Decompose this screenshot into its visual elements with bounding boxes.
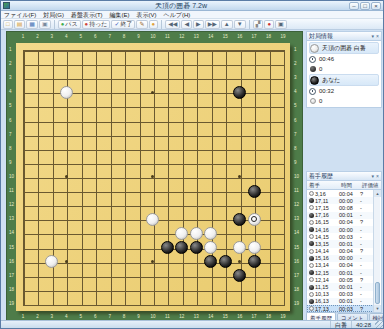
move-time: 00:01: [339, 212, 360, 218]
move-row[interactable]: 13,1500:01-: [307, 240, 374, 247]
move-time: 00:08: [339, 205, 360, 211]
white-player-name: 天頂の囲碁 白番: [322, 44, 366, 53]
minimize-button[interactable]: –: [349, 2, 359, 10]
game-info-panel-title: 対局情報: [309, 32, 370, 41]
board-coordinate-label: 14: [9, 230, 14, 236]
black-stone-icon: [309, 256, 314, 261]
move-coordinate: 17,15: [315, 205, 339, 211]
black-time: 00:32: [319, 88, 334, 94]
resize-grip[interactable]: [375, 321, 383, 329]
white-stone-icon: [310, 44, 319, 53]
captured-white-stone-icon: [310, 98, 316, 104]
move-eval: -: [360, 284, 374, 290]
toolbar-button[interactable]: ✓終了: [111, 20, 135, 29]
toolbar-button[interactable]: ▶: [193, 20, 204, 29]
white-stone-icon: [309, 234, 314, 239]
board-coordinate-label: 12: [294, 202, 299, 208]
toolbar-button-icon: ●: [267, 20, 271, 29]
status-time: 40:28: [351, 321, 375, 329]
black-time-row: 00:32: [309, 86, 379, 96]
board-coordinate-label: 6: [294, 118, 297, 124]
toolbar-button-icon: ▶▶: [208, 20, 217, 29]
board-coordinate-label: 14: [208, 34, 213, 40]
menu-item[interactable]: ファイル(F): [4, 11, 36, 19]
toolbar-button[interactable]: ▶▶: [205, 20, 220, 29]
move-row[interactable]: 15,1600:00-: [307, 255, 374, 262]
board-coordinate-label: 15: [294, 245, 299, 251]
scrollbar[interactable]: ▲ ▼: [373, 190, 380, 312]
move-coordinate: 13,15: [315, 241, 339, 247]
board-coordinate-label: 3: [51, 34, 54, 40]
move-eval: -: [360, 291, 374, 297]
board-coordinate-label: 16: [9, 259, 14, 265]
clock-icon: [309, 56, 316, 63]
black-player-row: あなた: [309, 74, 379, 86]
board-coordinate-label: 13: [194, 34, 199, 40]
white-captures-row: 0: [309, 64, 379, 74]
move-time: 00:04: [339, 262, 360, 268]
board-coordinate-label: 3: [9, 75, 12, 81]
star-point: [65, 260, 68, 263]
toolbar-button-icon: ✎: [139, 20, 144, 29]
white-stone-icon: [309, 292, 314, 297]
move-eval: ?: [360, 277, 374, 283]
board-coordinate-label: 11: [165, 34, 170, 40]
menu-item[interactable]: 表示(V): [137, 11, 157, 19]
board-coordinate-label: 2: [36, 34, 39, 40]
move-coordinate: 11,15: [315, 284, 339, 290]
board-coordinate-label: 2: [9, 61, 12, 67]
board-coordinate-label: 1: [294, 47, 297, 53]
scrollbar-thumb[interactable]: [375, 282, 380, 304]
move-eval: -: [360, 227, 374, 233]
board-coordinate-label: 1: [22, 34, 25, 40]
toolbar-button[interactable]: ✎: [136, 20, 147, 29]
board-coordinate-label: 7: [9, 132, 12, 138]
move-row[interactable]: 17,1600:01-: [307, 212, 374, 219]
captured-black-stone-icon: [310, 66, 316, 72]
toolbar-button-icon: □: [6, 20, 10, 29]
white-stone-icon: [309, 249, 314, 254]
move-history-header: 着手 時間 評価値: [306, 181, 382, 190]
move-eval: ?: [360, 248, 374, 254]
black-stone-icon: [309, 198, 314, 203]
move-row[interactable]: 11,1500:01-: [307, 283, 374, 290]
last-move-marker: [251, 216, 257, 222]
move-eval: -: [360, 298, 374, 304]
toolbar-button[interactable]: ▼: [234, 20, 246, 29]
move-coordinate: 12,14: [315, 277, 339, 283]
toolbar-button[interactable]: ●待った: [82, 20, 111, 29]
move-time: 00:01: [339, 284, 360, 290]
white-stone-icon: [309, 306, 314, 311]
panel-close-icon[interactable]: ×: [376, 172, 379, 181]
white-stone-icon: [309, 263, 314, 268]
board-coordinate-label: 5: [80, 34, 83, 40]
move-eval: -: [360, 234, 374, 240]
move-row[interactable]: 10,1300:03-: [307, 291, 374, 298]
black-stone: [248, 255, 261, 268]
board-coordinate-label: 9: [9, 160, 12, 166]
board-coordinate-label: 2: [294, 61, 297, 67]
white-stone-icon: [309, 191, 314, 196]
black-stone: [233, 86, 246, 99]
status-turn: 白番: [330, 321, 351, 329]
black-stone-icon: [309, 213, 314, 218]
column-time: 時間: [339, 182, 360, 189]
board-coordinate-label: 10: [150, 34, 155, 40]
sidebar: 対局情報 ▾ × 天頂の囲碁 白番 00:46 0: [305, 31, 383, 322]
move-time: 00:05: [339, 277, 360, 283]
move-eval: -: [360, 255, 374, 261]
black-stone-icon: [309, 285, 314, 290]
app-window: 天頂の囲碁 7.2w – □ × ファイル(F)対局(G)碁盤表示(T)編集(E…: [0, 0, 384, 329]
black-stone-icon: [309, 270, 314, 275]
clock-icon: [309, 88, 316, 95]
board-coordinate-label: 15: [9, 245, 14, 251]
board-coordinate-label: 18: [266, 34, 271, 40]
scroll-up-icon[interactable]: ▲: [374, 190, 381, 197]
black-stone-icon: [310, 76, 319, 85]
board-coordinate-label: 3: [294, 75, 297, 81]
board-coordinate-label: 4: [294, 89, 297, 95]
move-eval: ?: [360, 306, 374, 312]
board-coordinate-label: 5: [9, 103, 12, 109]
column-eval: 評価値: [360, 182, 381, 189]
board-coordinate-label: 16: [237, 34, 242, 40]
move-time: 00:00: [339, 255, 360, 261]
move-row[interactable]: 16,1300:01-: [307, 298, 374, 305]
move-coordinate: 17,11: [315, 198, 339, 204]
white-stone-icon: [309, 277, 314, 282]
toolbar-button-icon: ◀: [184, 20, 189, 29]
board-coordinate-label: 4: [9, 89, 12, 95]
move-row[interactable]: 14,1600:00-: [307, 226, 374, 233]
black-stone: [190, 241, 203, 254]
board-coordinate-label: 8: [123, 34, 126, 40]
board-coordinate-label: 18: [9, 287, 14, 293]
move-coordinate: 12,15: [315, 270, 339, 276]
move-row[interactable]: 3,1600:04?: [307, 190, 374, 197]
move-time: 00:00: [339, 227, 360, 233]
move-coordinate: 16,13: [315, 298, 339, 304]
move-coordinate: 3,16: [315, 191, 339, 197]
board-coordinate-label: 18: [294, 287, 299, 293]
move-time: 00:01: [339, 298, 360, 304]
move-time: 00:01: [339, 241, 360, 247]
board-coordinate-label: 9: [137, 34, 140, 40]
menu-bar: ファイル(F)対局(G)碁盤表示(T)編集(E)表示(V)ヘルプ(H): [1, 11, 383, 19]
black-stone: [219, 255, 232, 268]
move-time: 00:04: [339, 248, 360, 254]
toolbar-separator: [54, 20, 55, 29]
board-coordinate-label: 11: [294, 188, 299, 194]
move-coordinate: 16,15: [315, 219, 339, 225]
toolbar-button-label: 終了: [120, 20, 132, 29]
column-move: 着手: [307, 182, 339, 189]
toolbar-button[interactable]: ▞: [253, 20, 264, 29]
move-time: 00:03: [339, 291, 360, 297]
white-player-row: 天頂の囲碁 白番: [309, 42, 379, 54]
black-stone: [233, 213, 246, 226]
board-coordinate-label: 14: [294, 230, 299, 236]
toolbar-button-icon: ▞: [256, 20, 261, 29]
move-eval: ?: [360, 219, 374, 225]
move-row[interactable]: 16,1500:04?: [307, 219, 374, 226]
menu-item[interactable]: ヘルプ(H): [164, 11, 191, 19]
move-row[interactable]: 17,1100:00-: [307, 197, 374, 204]
board-coordinate-label: 7: [294, 132, 297, 138]
board-coordinate-label: 4: [65, 34, 68, 40]
board-coordinate-label: 6: [94, 34, 97, 40]
move-eval: -: [360, 212, 374, 218]
toolbar-separator: [249, 20, 250, 29]
move-row[interactable]: 17,1500:08-: [307, 204, 374, 211]
toolbar-button-icon: ▤: [17, 20, 23, 29]
board-coordinate-label: 16: [294, 259, 299, 265]
black-stone: [248, 185, 261, 198]
move-row[interactable]: 12,1500:01-: [307, 269, 374, 276]
move-time: 00:00: [339, 198, 360, 204]
board-coordinate-label: 17: [9, 273, 14, 279]
move-coordinate: 14,14: [315, 248, 339, 254]
board-coordinate-label: 6: [9, 118, 12, 124]
toolbar-button[interactable]: ●パス: [58, 20, 81, 29]
toolbar-button-icon: ▼: [237, 20, 243, 29]
menu-item[interactable]: 対局(G): [43, 11, 64, 19]
move-history-panel-title: 着手履歴: [309, 172, 370, 181]
move-history-list: 3,1600:04?17,1100:00-17,1500:08-17,1600:…: [306, 190, 382, 313]
board-coordinate-label: 17: [252, 34, 257, 40]
menu-item[interactable]: 編集(E): [110, 11, 130, 19]
move-time: 00:03: [339, 234, 360, 240]
white-stone: [190, 227, 203, 240]
toolbar-button-icon: ▣: [278, 20, 284, 29]
toolbar-button[interactable]: ▣: [275, 20, 287, 29]
toolbar-button[interactable]: ●: [264, 20, 274, 29]
toolbar-separator: [161, 20, 162, 29]
board-coordinate-label: 5: [294, 103, 297, 109]
scroll-down-icon[interactable]: ▼: [374, 305, 381, 312]
toolbar-button-icon: ◀◀: [168, 20, 177, 29]
board-coordinate-label: 1: [9, 47, 12, 53]
board-coordinate-label: 10: [294, 174, 299, 180]
status-bar: 白番 40:28: [1, 320, 383, 328]
white-stone-icon: [309, 205, 314, 210]
board-coordinate-label: 15: [223, 34, 228, 40]
board-coordinate-label: 12: [179, 34, 184, 40]
black-player-name: あなた: [322, 76, 340, 85]
move-eval: -: [360, 198, 374, 204]
board-coordinate-label: 8: [294, 146, 297, 152]
go-board-frame: 1122334455667788991010111112121313141415…: [6, 31, 303, 321]
toolbar-button-icon: ▣: [42, 20, 48, 29]
black-stone-icon: [309, 227, 314, 232]
move-time: 00:04: [339, 219, 360, 225]
white-stone-icon: [309, 220, 314, 225]
toolbar: □▤▦▣●パス●待った✓終了✎●◀◀◀▶▶▶▲▼▞●▣: [1, 19, 383, 30]
toolbar-button-icon: ▲: [224, 20, 230, 29]
white-time-row: 00:46: [309, 54, 379, 64]
black-stone: [161, 241, 174, 254]
white-stone: [248, 213, 261, 226]
toolbar-button-icon: ✓: [114, 20, 119, 29]
move-eval: -: [360, 270, 374, 276]
close-button[interactable]: ×: [371, 2, 381, 10]
board-coordinate-label: 8: [9, 146, 12, 152]
white-time: 00:46: [319, 56, 334, 62]
toolbar-button[interactable]: ▦: [26, 20, 38, 29]
move-time: 00:04: [339, 191, 360, 197]
board-coordinate-label: 11: [9, 188, 14, 194]
white-stone: [248, 241, 261, 254]
move-row[interactable]: 14,1500:03-: [307, 233, 374, 240]
go-board-surface[interactable]: [16, 43, 290, 311]
toolbar-button-icon: ▦: [29, 20, 35, 29]
board-coordinate-label: 13: [294, 216, 299, 222]
move-coordinate: 13,14: [315, 262, 339, 268]
board-coordinate-label: 10: [9, 174, 14, 180]
toolbar-button[interactable]: ▲: [221, 20, 233, 29]
toolbar-button[interactable]: ▤: [14, 20, 26, 29]
board-coordinate-label: 19: [280, 34, 285, 40]
panel-collapse-icon[interactable]: ▾: [372, 32, 375, 41]
board-coordinate-label: 19: [9, 301, 14, 307]
toolbar-button-icon: ●: [85, 20, 89, 29]
toolbar-button-label: 待った: [89, 20, 107, 29]
black-captures-row: 0: [309, 96, 379, 106]
move-eval: -: [360, 262, 374, 268]
move-row[interactable]: 13,1400:04-: [307, 262, 374, 269]
toolbar-button[interactable]: ◀◀: [165, 20, 180, 29]
move-eval: ?: [360, 191, 374, 197]
app-icon: [3, 2, 10, 9]
move-time: 00:01: [339, 270, 360, 276]
black-captures: 0: [319, 98, 322, 104]
panel-close-icon[interactable]: ×: [376, 32, 379, 41]
board-coordinate-label: 13: [9, 216, 14, 222]
toolbar-button[interactable]: ◀: [181, 20, 192, 29]
menu-item[interactable]: 碁盤表示(T): [71, 11, 103, 19]
board-coordinate-label: 7: [108, 34, 111, 40]
title-bar: 天頂の囲碁 7.2w – □ ×: [1, 1, 383, 11]
toolbar-button-icon: ●: [152, 20, 156, 29]
white-stone: [60, 86, 73, 99]
toolbar-button[interactable]: ▣: [39, 20, 51, 29]
move-coordinate: 15,16: [315, 255, 339, 261]
move-coordinate: 17,16: [315, 212, 339, 218]
board-coordinate-label: 9: [294, 160, 297, 166]
game-info-panel: 対局情報 ▾ × 天頂の囲碁 白番 00:46 0: [306, 31, 382, 108]
toolbar-button[interactable]: □: [3, 20, 13, 29]
white-captures: 0: [319, 66, 322, 72]
board-coordinate-label: 17: [294, 273, 299, 279]
board-coordinate-label: 19: [294, 301, 299, 307]
move-coordinate: 10,13: [315, 291, 339, 297]
toolbar-button-icon: ●: [61, 20, 65, 29]
move-coordinate: 14,15: [315, 234, 339, 240]
move-row[interactable]: 12,1400:05?: [307, 276, 374, 283]
move-eval: -: [360, 241, 374, 247]
move-eval: -: [360, 205, 374, 211]
panel-collapse-icon[interactable]: ▾: [372, 172, 375, 181]
board-coordinate-label: 12: [9, 202, 14, 208]
toolbar-button-label: パス: [65, 20, 77, 29]
black-stone-icon: [309, 299, 314, 304]
move-coordinate: 17,13: [315, 306, 339, 312]
window-title: 天頂の囲碁 7.2w: [13, 1, 349, 11]
maximize-button[interactable]: □: [360, 2, 370, 10]
toolbar-button[interactable]: ●: [149, 20, 159, 29]
move-row[interactable]: 14,1400:04?: [307, 248, 374, 255]
black-stone-icon: [309, 241, 314, 246]
move-coordinate: 14,16: [315, 227, 339, 233]
toolbar-button-icon: ▶: [196, 20, 201, 29]
move-time: 00:03: [339, 306, 360, 312]
move-history-panel: 着手履歴 ▾ × 着手 時間 評価値 3,1600:04?17,1100:00-…: [306, 171, 382, 313]
